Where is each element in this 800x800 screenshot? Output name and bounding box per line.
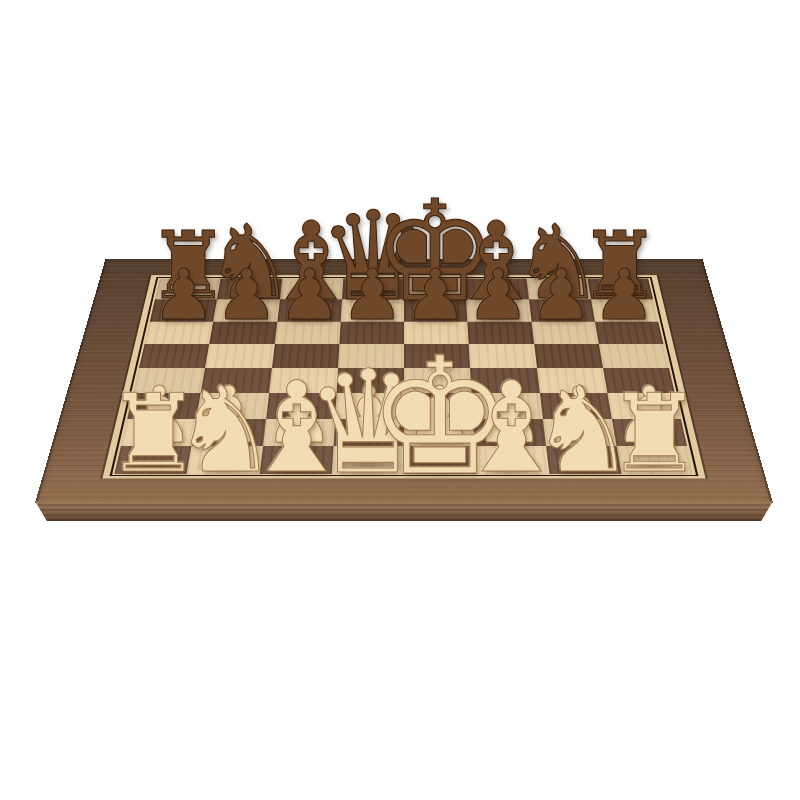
piece-black-pawn-c7[interactable]: ♟: [275, 260, 345, 330]
piece-black-pawn-f7[interactable]: ♟: [463, 260, 533, 330]
piece-black-pawn-e7[interactable]: ♟: [400, 260, 470, 330]
piece-black-pawn-b7[interactable]: ♟: [212, 260, 282, 330]
piece-black-pawn-g7[interactable]: ♟: [526, 260, 596, 330]
piece-black-pawn-h7[interactable]: ♟: [589, 260, 659, 330]
piece-black-pawn-a7[interactable]: ♟: [149, 260, 219, 330]
product-photo-background: ♜♞♝♛♚♝♞♜♟♟♟♟♟♟♟♟♟♟♟♟♟♟♟♟♜♞♝♛♚♝♞♜: [0, 0, 800, 800]
piece-white-rook-h1[interactable]: ♜: [600, 380, 708, 488]
piece-black-pawn-d7[interactable]: ♟: [337, 260, 407, 330]
pieces-layer: ♜♞♝♛♚♝♞♜♟♟♟♟♟♟♟♟♟♟♟♟♟♟♟♟♜♞♝♛♚♝♞♜: [0, 0, 800, 800]
